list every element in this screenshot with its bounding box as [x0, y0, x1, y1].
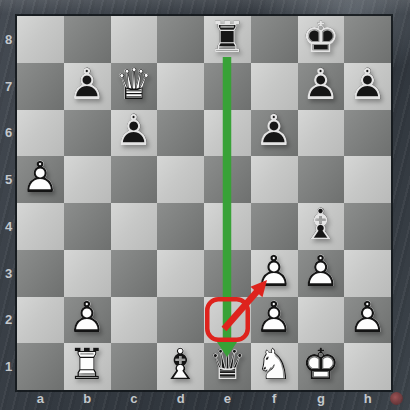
- square-f6[interactable]: ♟♙: [251, 110, 298, 157]
- square-e8[interactable]: ♜♖: [204, 16, 251, 63]
- square-f2[interactable]: ♟♙: [251, 297, 298, 344]
- rank-label-3: 3: [0, 250, 17, 297]
- square-c8[interactable]: [111, 16, 158, 63]
- file-label-d: d: [157, 389, 204, 408]
- square-a1[interactable]: [17, 343, 64, 390]
- black-pawn-detail-glyph: ♙: [68, 63, 107, 106]
- square-a2[interactable]: [17, 297, 64, 344]
- rank-label-7: 7: [0, 63, 17, 110]
- chess-diagram: 87654321 abcdefgh ♜♖♚♔♟♙♛♕♟♙♟♙♟♙♟♙♟♙♝♗♟♙…: [0, 0, 410, 410]
- board: ♜♖♚♔♟♙♛♕♟♙♟♙♟♙♟♙♟♙♝♗♟♙♟♙♟♙♟♙♟♙♜♖♝♗♛♕♞♘♚♔: [17, 16, 391, 390]
- file-label-b: b: [64, 389, 111, 408]
- square-h1[interactable]: [344, 343, 391, 390]
- square-a4[interactable]: [17, 203, 64, 250]
- square-g8[interactable]: ♚♔: [298, 16, 345, 63]
- square-e1[interactable]: ♛♕: [204, 343, 251, 390]
- rank-label-8: 8: [0, 16, 17, 63]
- square-f1[interactable]: ♞♘: [251, 343, 298, 390]
- square-b6[interactable]: [64, 110, 111, 157]
- square-g7[interactable]: ♟♙: [298, 63, 345, 110]
- file-label-c: c: [111, 389, 158, 408]
- square-d2[interactable]: [157, 297, 204, 344]
- square-f5[interactable]: [251, 156, 298, 203]
- square-b4[interactable]: [64, 203, 111, 250]
- white-bishop-detail-glyph: ♗: [161, 343, 200, 386]
- piece-white-pawn-h2[interactable]: ♟♙: [344, 297, 391, 344]
- square-h4[interactable]: [344, 203, 391, 250]
- square-h3[interactable]: [344, 250, 391, 297]
- white-pawn-detail-glyph: ♙: [348, 296, 387, 339]
- file-label-e: e: [204, 389, 251, 408]
- square-c4[interactable]: [111, 203, 158, 250]
- square-f3[interactable]: ♟♙: [251, 250, 298, 297]
- square-c7[interactable]: ♛♕: [111, 63, 158, 110]
- square-e3[interactable]: [204, 250, 251, 297]
- white-queen-detail-glyph: ♕: [115, 63, 154, 106]
- rank-label-4: 4: [0, 203, 17, 250]
- square-b8[interactable]: [64, 16, 111, 63]
- piece-black-king-g8[interactable]: ♚♔: [298, 16, 345, 63]
- square-g5[interactable]: [298, 156, 345, 203]
- piece-black-pawn-h7[interactable]: ♟♙: [344, 63, 391, 110]
- file-labels: abcdefgh: [17, 389, 391, 408]
- square-g2[interactable]: [298, 297, 345, 344]
- piece-white-bishop-d1[interactable]: ♝♗: [157, 343, 204, 390]
- piece-white-pawn-b2[interactable]: ♟♙: [64, 297, 111, 344]
- square-b3[interactable]: [64, 250, 111, 297]
- piece-white-pawn-g3[interactable]: ♟♙: [298, 250, 345, 297]
- white-pawn-detail-glyph: ♙: [21, 156, 60, 199]
- square-d4[interactable]: [157, 203, 204, 250]
- white-king-detail-glyph: ♔: [302, 343, 341, 386]
- square-h6[interactable]: [344, 110, 391, 157]
- square-c6[interactable]: ♟♙: [111, 110, 158, 157]
- white-rook-detail-glyph: ♖: [68, 343, 107, 386]
- black-pawn-detail-glyph: ♙: [348, 63, 387, 106]
- white-pawn-detail-glyph: ♙: [302, 250, 341, 293]
- square-e5[interactable]: [204, 156, 251, 203]
- black-rook-detail-glyph: ♖: [208, 16, 247, 59]
- square-a7[interactable]: [17, 63, 64, 110]
- white-pawn-detail-glyph: ♙: [255, 250, 294, 293]
- square-a3[interactable]: [17, 250, 64, 297]
- square-d1[interactable]: ♝♗: [157, 343, 204, 390]
- square-g4[interactable]: ♝♗: [298, 203, 345, 250]
- square-h5[interactable]: [344, 156, 391, 203]
- square-f8[interactable]: [251, 16, 298, 63]
- piece-black-queen-e1[interactable]: ♛♕: [204, 343, 251, 390]
- file-label-h: h: [344, 389, 391, 408]
- piece-white-pawn-a5[interactable]: ♟♙: [17, 156, 64, 203]
- square-d3[interactable]: [157, 250, 204, 297]
- black-bishop-detail-glyph: ♗: [302, 203, 341, 246]
- file-label-f: f: [251, 389, 298, 408]
- piece-black-rook-e8[interactable]: ♜♖: [204, 16, 251, 63]
- rank-label-6: 6: [0, 110, 17, 157]
- square-h7[interactable]: ♟♙: [344, 63, 391, 110]
- square-b5[interactable]: [64, 156, 111, 203]
- square-e6[interactable]: [204, 110, 251, 157]
- square-a5[interactable]: ♟♙: [17, 156, 64, 203]
- square-g1[interactable]: ♚♔: [298, 343, 345, 390]
- rank-label-5: 5: [0, 156, 17, 203]
- square-e2[interactable]: [204, 297, 251, 344]
- square-c5[interactable]: [111, 156, 158, 203]
- piece-black-pawn-f6[interactable]: ♟♙: [251, 110, 298, 157]
- piece-black-bishop-g4[interactable]: ♝♗: [298, 203, 345, 250]
- piece-black-pawn-b7[interactable]: ♟♙: [64, 63, 111, 110]
- white-pawn-detail-glyph: ♙: [68, 296, 107, 339]
- watermark-dot: [390, 392, 403, 405]
- black-pawn-detail-glyph: ♙: [255, 109, 294, 152]
- square-d5[interactable]: [157, 156, 204, 203]
- square-c1[interactable]: [111, 343, 158, 390]
- square-e7[interactable]: [204, 63, 251, 110]
- black-pawn-detail-glyph: ♙: [115, 109, 154, 152]
- piece-white-rook-b1[interactable]: ♜♖: [64, 343, 111, 390]
- square-c3[interactable]: [111, 250, 158, 297]
- white-pawn-detail-glyph: ♙: [255, 296, 294, 339]
- piece-white-pawn-f3[interactable]: ♟♙: [251, 250, 298, 297]
- white-knight-detail-glyph: ♘: [255, 343, 294, 386]
- black-queen-detail-glyph: ♕: [208, 343, 247, 386]
- square-d7[interactable]: [157, 63, 204, 110]
- rank-labels: 87654321: [0, 16, 17, 390]
- piece-black-pawn-g7[interactable]: ♟♙: [298, 63, 345, 110]
- square-a6[interactable]: [17, 110, 64, 157]
- piece-black-pawn-c6[interactable]: ♟♙: [111, 110, 158, 157]
- square-g3[interactable]: ♟♙: [298, 250, 345, 297]
- square-e4[interactable]: [204, 203, 251, 250]
- square-b2[interactable]: ♟♙: [64, 297, 111, 344]
- square-d8[interactable]: [157, 16, 204, 63]
- black-king-detail-glyph: ♔: [302, 16, 341, 59]
- square-d6[interactable]: [157, 110, 204, 157]
- square-b1[interactable]: ♜♖: [64, 343, 111, 390]
- square-f7[interactable]: [251, 63, 298, 110]
- black-pawn-detail-glyph: ♙: [302, 63, 341, 106]
- piece-white-king-g1[interactable]: ♚♔: [298, 343, 345, 390]
- piece-white-pawn-f2[interactable]: ♟♙: [251, 297, 298, 344]
- square-c2[interactable]: [111, 297, 158, 344]
- square-h2[interactable]: ♟♙: [344, 297, 391, 344]
- rank-label-1: 1: [0, 343, 17, 390]
- rank-label-2: 2: [0, 297, 17, 344]
- piece-white-knight-f1[interactable]: ♞♘: [251, 343, 298, 390]
- file-label-a: a: [17, 389, 64, 408]
- square-a8[interactable]: [17, 16, 64, 63]
- square-f4[interactable]: [251, 203, 298, 250]
- file-label-g: g: [298, 389, 345, 408]
- piece-white-queen-c7[interactable]: ♛♕: [111, 63, 158, 110]
- square-h8[interactable]: [344, 16, 391, 63]
- square-b7[interactable]: ♟♙: [64, 63, 111, 110]
- square-g6[interactable]: [298, 110, 345, 157]
